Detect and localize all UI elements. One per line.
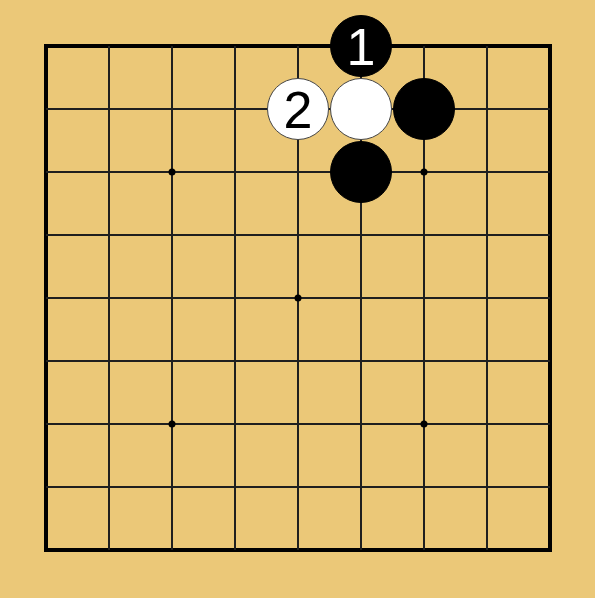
intersection-e8[interactable]: 2 bbox=[267, 78, 330, 141]
intersection-a8[interactable] bbox=[15, 78, 78, 141]
intersection-b5[interactable] bbox=[78, 267, 141, 330]
intersection-f1[interactable] bbox=[330, 519, 393, 582]
intersection-b2[interactable] bbox=[78, 456, 141, 519]
intersection-a3[interactable] bbox=[15, 393, 78, 456]
intersection-e2[interactable] bbox=[267, 456, 330, 519]
intersection-c7[interactable] bbox=[141, 141, 204, 204]
intersection-h7[interactable] bbox=[456, 141, 519, 204]
intersection-c3[interactable] bbox=[141, 393, 204, 456]
intersection-h1[interactable] bbox=[456, 519, 519, 582]
intersection-f4[interactable] bbox=[330, 330, 393, 393]
intersection-d1[interactable] bbox=[204, 519, 267, 582]
intersection-f6[interactable] bbox=[330, 204, 393, 267]
intersection-g4[interactable] bbox=[393, 330, 456, 393]
intersection-f8[interactable] bbox=[330, 78, 393, 141]
move-number-label: 1 bbox=[347, 21, 376, 73]
intersection-h8[interactable] bbox=[456, 78, 519, 141]
intersection-b7[interactable] bbox=[78, 141, 141, 204]
stone-black-f7 bbox=[330, 141, 392, 203]
intersection-c1[interactable] bbox=[141, 519, 204, 582]
intersection-e6[interactable] bbox=[267, 204, 330, 267]
intersection-j9[interactable] bbox=[519, 15, 582, 78]
intersection-j6[interactable] bbox=[519, 204, 582, 267]
intersection-e7[interactable] bbox=[267, 141, 330, 204]
intersection-a9[interactable] bbox=[15, 15, 78, 78]
intersection-b3[interactable] bbox=[78, 393, 141, 456]
intersection-g7[interactable] bbox=[393, 141, 456, 204]
intersection-g9[interactable] bbox=[393, 15, 456, 78]
intersection-j4[interactable] bbox=[519, 330, 582, 393]
intersection-d9[interactable] bbox=[204, 15, 267, 78]
intersection-b9[interactable] bbox=[78, 15, 141, 78]
intersection-h4[interactable] bbox=[456, 330, 519, 393]
intersection-h9[interactable] bbox=[456, 15, 519, 78]
intersection-c6[interactable] bbox=[141, 204, 204, 267]
intersection-a4[interactable] bbox=[15, 330, 78, 393]
intersection-d8[interactable] bbox=[204, 78, 267, 141]
intersection-j8[interactable] bbox=[519, 78, 582, 141]
intersection-a2[interactable] bbox=[15, 456, 78, 519]
intersection-c2[interactable] bbox=[141, 456, 204, 519]
intersection-e4[interactable] bbox=[267, 330, 330, 393]
intersection-g8[interactable] bbox=[393, 78, 456, 141]
intersection-e3[interactable] bbox=[267, 393, 330, 456]
intersection-d2[interactable] bbox=[204, 456, 267, 519]
intersection-c4[interactable] bbox=[141, 330, 204, 393]
intersection-h6[interactable] bbox=[456, 204, 519, 267]
intersection-g3[interactable] bbox=[393, 393, 456, 456]
stone-white-e8: 2 bbox=[267, 78, 329, 140]
intersection-g5[interactable] bbox=[393, 267, 456, 330]
intersection-a7[interactable] bbox=[15, 141, 78, 204]
intersection-f9[interactable]: 1 bbox=[330, 15, 393, 78]
intersection-j7[interactable] bbox=[519, 141, 582, 204]
intersection-g2[interactable] bbox=[393, 456, 456, 519]
intersection-a1[interactable] bbox=[15, 519, 78, 582]
intersection-b6[interactable] bbox=[78, 204, 141, 267]
stone-black-f9: 1 bbox=[330, 15, 392, 77]
intersection-h5[interactable] bbox=[456, 267, 519, 330]
intersection-c5[interactable] bbox=[141, 267, 204, 330]
intersection-d6[interactable] bbox=[204, 204, 267, 267]
intersection-h3[interactable] bbox=[456, 393, 519, 456]
stone-black-g8 bbox=[393, 78, 455, 140]
intersection-a5[interactable] bbox=[15, 267, 78, 330]
intersection-g6[interactable] bbox=[393, 204, 456, 267]
intersection-g1[interactable] bbox=[393, 519, 456, 582]
intersection-f7[interactable] bbox=[330, 141, 393, 204]
go-board: 12 bbox=[15, 15, 582, 582]
stone-white-f8 bbox=[330, 78, 392, 140]
go-diagram: 12 bbox=[0, 0, 595, 598]
intersection-f5[interactable] bbox=[330, 267, 393, 330]
intersection-e1[interactable] bbox=[267, 519, 330, 582]
intersection-j1[interactable] bbox=[519, 519, 582, 582]
intersection-a6[interactable] bbox=[15, 204, 78, 267]
intersection-d3[interactable] bbox=[204, 393, 267, 456]
intersection-b8[interactable] bbox=[78, 78, 141, 141]
intersection-b4[interactable] bbox=[78, 330, 141, 393]
intersection-j2[interactable] bbox=[519, 456, 582, 519]
intersection-b1[interactable] bbox=[78, 519, 141, 582]
intersection-h2[interactable] bbox=[456, 456, 519, 519]
intersection-f2[interactable] bbox=[330, 456, 393, 519]
intersection-c9[interactable] bbox=[141, 15, 204, 78]
intersection-j3[interactable] bbox=[519, 393, 582, 456]
intersection-e9[interactable] bbox=[267, 15, 330, 78]
intersection-j5[interactable] bbox=[519, 267, 582, 330]
intersection-f3[interactable] bbox=[330, 393, 393, 456]
intersection-d5[interactable] bbox=[204, 267, 267, 330]
intersection-e5[interactable] bbox=[267, 267, 330, 330]
intersection-d4[interactable] bbox=[204, 330, 267, 393]
intersection-d7[interactable] bbox=[204, 141, 267, 204]
move-number-label: 2 bbox=[284, 84, 313, 136]
intersection-c8[interactable] bbox=[141, 78, 204, 141]
